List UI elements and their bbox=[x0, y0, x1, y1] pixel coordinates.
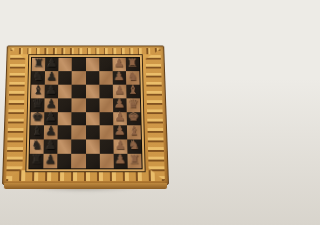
square-r7c0[interactable]: ♜ bbox=[29, 154, 43, 168]
square-r5c5[interactable] bbox=[99, 126, 113, 140]
piece-black-knight[interactable]: ♞ bbox=[31, 139, 43, 151]
piece-white-bishop[interactable]: ♝ bbox=[128, 125, 140, 137]
piece-black-pawn[interactable]: ♟ bbox=[45, 153, 57, 166]
square-r2c4[interactable] bbox=[86, 84, 100, 98]
piece-white-pawn[interactable]: ♟ bbox=[115, 153, 127, 166]
piece-white-pawn[interactable]: ♟ bbox=[114, 97, 125, 109]
piece-black-king[interactable]: ♚ bbox=[32, 111, 44, 123]
square-r3c3[interactable] bbox=[72, 98, 86, 112]
square-r0c5[interactable] bbox=[99, 58, 113, 71]
piece-black-bishop[interactable]: ♝ bbox=[32, 83, 43, 95]
piece-white-rook[interactable]: ♜ bbox=[127, 57, 138, 69]
square-r0c3[interactable] bbox=[72, 58, 85, 71]
square-r1c4[interactable] bbox=[86, 71, 100, 84]
piece-black-pawn[interactable]: ♟ bbox=[46, 97, 57, 109]
square-r3c4[interactable] bbox=[86, 98, 100, 112]
square-r3c2[interactable] bbox=[58, 98, 72, 112]
piece-white-queen[interactable]: ♛ bbox=[128, 97, 140, 109]
piece-white-pawn[interactable]: ♟ bbox=[114, 70, 125, 82]
square-r2c2[interactable] bbox=[58, 84, 72, 98]
square-r7c1[interactable]: ♟ bbox=[43, 154, 57, 168]
piece-black-pawn[interactable]: ♟ bbox=[45, 139, 57, 151]
square-r2c5[interactable] bbox=[99, 84, 113, 98]
square-r1c3[interactable] bbox=[72, 71, 86, 84]
square-r1c2[interactable] bbox=[58, 71, 72, 84]
piece-white-pawn[interactable]: ♟ bbox=[114, 139, 126, 151]
piece-white-knight[interactable]: ♞ bbox=[128, 139, 140, 151]
piece-black-pawn[interactable]: ♟ bbox=[46, 83, 57, 95]
square-r4c4[interactable] bbox=[86, 112, 100, 126]
piece-white-pawn[interactable]: ♟ bbox=[113, 57, 124, 69]
piece-white-pawn[interactable]: ♟ bbox=[114, 111, 126, 123]
piece-black-rook[interactable]: ♜ bbox=[33, 57, 44, 69]
square-r2c3[interactable] bbox=[72, 84, 86, 98]
carved-frame-left bbox=[6, 49, 25, 181]
square-r6c2[interactable] bbox=[58, 140, 72, 154]
square-r7c6[interactable]: ♟ bbox=[113, 154, 127, 168]
piece-black-pawn[interactable]: ♟ bbox=[46, 57, 57, 69]
board: ♜♟♟♜♞♟♟♞♝♟♟♝♛♟♟♛♚♟♟♚♝♟♟♝♞♟♟♞♜♟♟♜ bbox=[28, 57, 142, 169]
piece-black-pawn[interactable]: ♟ bbox=[45, 111, 57, 123]
square-r0c2[interactable] bbox=[59, 58, 73, 71]
square-r1c5[interactable] bbox=[99, 71, 113, 84]
piece-black-bishop[interactable]: ♝ bbox=[31, 125, 43, 137]
chess-box: ♜♟♟♜♞♟♟♞♝♟♟♝♛♟♟♛♚♟♟♚♝♟♟♝♞♟♟♞♜♟♟♜ bbox=[2, 45, 169, 185]
piece-black-knight[interactable]: ♞ bbox=[33, 70, 44, 82]
square-r7c7[interactable]: ♜ bbox=[127, 154, 141, 168]
piece-white-knight[interactable]: ♞ bbox=[127, 70, 138, 82]
piece-black-pawn[interactable]: ♟ bbox=[46, 70, 57, 82]
piece-black-queen[interactable]: ♛ bbox=[32, 97, 44, 109]
square-r4c5[interactable] bbox=[99, 112, 113, 126]
piece-white-king[interactable]: ♚ bbox=[128, 111, 140, 123]
photo-scene: ♜♟♟♜♞♟♟♞♝♟♟♝♛♟♟♛♚♟♟♚♝♟♟♝♞♟♟♞♜♟♟♜ bbox=[0, 0, 169, 225]
square-r6c4[interactable] bbox=[86, 140, 100, 154]
box-side-face bbox=[4, 183, 167, 189]
square-r5c4[interactable] bbox=[86, 126, 100, 140]
piece-black-pawn[interactable]: ♟ bbox=[45, 125, 57, 137]
square-r6c3[interactable] bbox=[72, 140, 86, 154]
piece-white-bishop[interactable]: ♝ bbox=[127, 83, 138, 95]
piece-white-pawn[interactable]: ♟ bbox=[114, 125, 126, 137]
carved-frame-right bbox=[145, 49, 164, 181]
square-r7c2[interactable] bbox=[57, 154, 71, 168]
square-r7c4[interactable] bbox=[86, 154, 100, 168]
piece-white-rook[interactable]: ♜ bbox=[129, 153, 141, 166]
square-r5c2[interactable] bbox=[58, 126, 72, 140]
piece-black-rook[interactable]: ♜ bbox=[31, 153, 43, 166]
board-border-strip: ♜♟♟♜♞♟♟♞♝♟♟♝♛♟♟♛♚♟♟♚♝♟♟♝♞♟♟♞♜♟♟♜ bbox=[25, 54, 145, 172]
square-r0c4[interactable] bbox=[86, 58, 99, 71]
square-r4c2[interactable] bbox=[58, 112, 72, 126]
square-r6c5[interactable] bbox=[99, 140, 113, 154]
square-r4c3[interactable] bbox=[72, 112, 86, 126]
square-r3c5[interactable] bbox=[99, 98, 113, 112]
square-r5c3[interactable] bbox=[72, 126, 86, 140]
piece-white-pawn[interactable]: ♟ bbox=[114, 83, 125, 95]
square-r7c5[interactable] bbox=[99, 154, 113, 168]
square-r7c3[interactable] bbox=[71, 154, 85, 168]
